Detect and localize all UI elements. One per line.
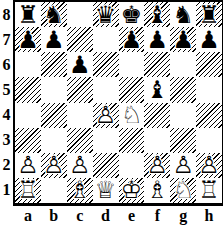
square-b3[interactable] [41, 128, 67, 153]
square-d7[interactable] [93, 27, 119, 52]
black-queen-backing: ♛ [93, 2, 119, 27]
file-label-d: d [93, 206, 119, 226]
square-b5[interactable] [41, 77, 67, 102]
rank-label-1: 1 [0, 178, 13, 203]
white-knight-backing: ♞ [119, 103, 145, 128]
black-queen-icon: ♛ [93, 2, 119, 27]
square-h5[interactable] [196, 77, 222, 102]
file-labels: abcdefgh [15, 206, 222, 226]
white-queen-backing: ♛ [93, 178, 119, 203]
rank-label-3: 3 [0, 128, 13, 153]
white-bishop-backing: ♝ [67, 178, 93, 203]
square-f7[interactable]: ♟♟ [144, 27, 170, 52]
square-a3[interactable] [15, 128, 41, 153]
white-bishop-icon: ♗ [144, 178, 170, 203]
square-h4[interactable] [196, 103, 222, 128]
white-pawn-backing: ♟ [144, 153, 170, 178]
square-c2[interactable]: ♟♙ [67, 153, 93, 178]
square-f4[interactable] [144, 103, 170, 128]
black-pawn-icon: ♟ [196, 27, 222, 52]
rank-label-8: 8 [0, 2, 13, 27]
black-pawn-icon: ♟ [67, 52, 93, 77]
square-a1[interactable]: ♜♖ [15, 178, 41, 203]
rank-label-2: 2 [0, 153, 13, 178]
black-rook-icon: ♜ [15, 2, 41, 27]
square-g4[interactable] [170, 103, 196, 128]
white-bishop-backing: ♝ [144, 178, 170, 203]
square-f6[interactable] [144, 52, 170, 77]
black-pawn-backing: ♟ [67, 52, 93, 77]
file-label-e: e [119, 206, 145, 226]
black-pawn-backing: ♟ [15, 27, 41, 52]
rank-labels: 87654321 [0, 2, 13, 203]
square-g5[interactable] [170, 77, 196, 102]
black-knight-icon: ♞ [170, 2, 196, 27]
black-king-backing: ♚ [119, 2, 145, 27]
white-pawn-icon: ♙ [170, 153, 196, 178]
square-a2[interactable]: ♟♙ [15, 153, 41, 178]
white-pawn-backing: ♟ [196, 153, 222, 178]
white-pawn-icon: ♙ [93, 103, 119, 128]
square-d2[interactable] [93, 153, 119, 178]
square-c8[interactable] [67, 2, 93, 27]
black-pawn-icon: ♟ [144, 27, 170, 52]
square-a5[interactable] [15, 77, 41, 102]
square-d6[interactable] [93, 52, 119, 77]
white-bishop-icon: ♗ [67, 178, 93, 203]
black-knight-backing: ♞ [170, 2, 196, 27]
square-c3[interactable] [67, 128, 93, 153]
white-rook-icon: ♖ [196, 178, 222, 203]
black-pawn-backing: ♟ [170, 27, 196, 52]
square-h8[interactable]: ♜♜ [196, 2, 222, 27]
white-pawn-icon: ♙ [41, 153, 67, 178]
square-f8[interactable]: ♝♝ [144, 2, 170, 27]
file-label-b: b [41, 206, 67, 226]
black-rook-backing: ♜ [15, 2, 41, 27]
black-pawn-backing: ♟ [144, 27, 170, 52]
rank-label-5: 5 [0, 77, 13, 102]
white-pawn-backing: ♟ [15, 153, 41, 178]
square-b7[interactable]: ♟♟ [41, 27, 67, 52]
white-pawn-icon: ♙ [196, 153, 222, 178]
square-g8[interactable]: ♞♞ [170, 2, 196, 27]
square-d4[interactable]: ♟♙ [93, 103, 119, 128]
square-g6[interactable] [170, 52, 196, 77]
white-rook-backing: ♜ [196, 178, 222, 203]
square-g7[interactable]: ♟♟ [170, 27, 196, 52]
white-king-backing: ♚ [119, 178, 145, 203]
square-c7[interactable] [67, 27, 93, 52]
square-a7[interactable]: ♟♟ [15, 27, 41, 52]
black-bishop-backing: ♝ [144, 2, 170, 27]
square-e2[interactable] [119, 153, 145, 178]
black-rook-backing: ♜ [196, 2, 222, 27]
white-rook-icon: ♖ [15, 178, 41, 203]
square-e8[interactable]: ♚♚ [119, 2, 145, 27]
square-f2[interactable]: ♟♙ [144, 153, 170, 178]
white-knight-icon: ♘ [119, 103, 145, 128]
square-b1[interactable] [41, 178, 67, 203]
black-bishop-icon: ♝ [144, 77, 170, 102]
black-pawn-backing: ♟ [119, 27, 145, 52]
white-knight-backing: ♞ [170, 178, 196, 203]
white-knight-icon: ♘ [170, 178, 196, 203]
square-e7[interactable]: ♟♟ [119, 27, 145, 52]
square-d8[interactable]: ♛♛ [93, 2, 119, 27]
square-b2[interactable]: ♟♙ [41, 153, 67, 178]
square-g3[interactable] [170, 128, 196, 153]
square-a8[interactable]: ♜♜ [15, 2, 41, 27]
white-king-icon: ♔ [119, 178, 145, 203]
square-h3[interactable] [196, 128, 222, 153]
rank-label-4: 4 [0, 103, 13, 128]
white-pawn-backing: ♟ [67, 153, 93, 178]
square-e4[interactable]: ♞♘ [119, 103, 145, 128]
black-bishop-icon: ♝ [144, 2, 170, 27]
square-d1[interactable]: ♛♕ [93, 178, 119, 203]
square-e3[interactable] [119, 128, 145, 153]
black-pawn-icon: ♟ [41, 27, 67, 52]
white-pawn-backing: ♟ [41, 153, 67, 178]
black-pawn-icon: ♟ [15, 27, 41, 52]
white-rook-backing: ♜ [15, 178, 41, 203]
square-a6[interactable] [15, 52, 41, 77]
square-g1[interactable]: ♞♘ [170, 178, 196, 203]
file-label-h: h [196, 206, 222, 226]
white-pawn-icon: ♙ [15, 153, 41, 178]
square-h1[interactable]: ♜♖ [196, 178, 222, 203]
square-e1[interactable]: ♚♔ [119, 178, 145, 203]
chess-board: ♜♜♞♞♛♛♚♚♝♝♞♞♜♜♟♟♟♟♟♟♟♟♟♟♟♟♟♟♝♝♟♙♞♘♟♙♟♙♟♙… [13, 0, 223, 206]
square-e5[interactable] [119, 77, 145, 102]
square-b6[interactable] [41, 52, 67, 77]
black-pawn-icon: ♟ [170, 27, 196, 52]
white-pawn-backing: ♟ [170, 153, 196, 178]
file-label-g: g [170, 206, 196, 226]
black-king-icon: ♚ [119, 2, 145, 27]
black-pawn-backing: ♟ [196, 27, 222, 52]
black-knight-icon: ♞ [41, 2, 67, 27]
chess-diagram: 87654321 ♜♜♞♞♛♛♚♚♝♝♞♞♜♜♟♟♟♟♟♟♟♟♟♟♟♟♟♟♝♝♟… [0, 0, 223, 226]
black-knight-backing: ♞ [41, 2, 67, 27]
black-pawn-backing: ♟ [41, 27, 67, 52]
square-h7[interactable]: ♟♟ [196, 27, 222, 52]
square-f3[interactable] [144, 128, 170, 153]
rank-label-6: 6 [0, 52, 13, 77]
square-c6[interactable]: ♟♟ [67, 52, 93, 77]
white-pawn-icon: ♙ [144, 153, 170, 178]
white-pawn-icon: ♙ [67, 153, 93, 178]
square-b8[interactable]: ♞♞ [41, 2, 67, 27]
rank-label-7: 7 [0, 27, 13, 52]
white-pawn-backing: ♟ [93, 103, 119, 128]
square-d3[interactable] [93, 128, 119, 153]
file-label-f: f [144, 206, 170, 226]
black-pawn-icon: ♟ [119, 27, 145, 52]
square-d5[interactable] [93, 77, 119, 102]
file-label-c: c [67, 206, 93, 226]
square-f1[interactable]: ♝♗ [144, 178, 170, 203]
square-a4[interactable] [15, 103, 41, 128]
square-h2[interactable]: ♟♙ [196, 153, 222, 178]
square-f5[interactable]: ♝♝ [144, 77, 170, 102]
white-queen-icon: ♕ [93, 178, 119, 203]
square-c1[interactable]: ♝♗ [67, 178, 93, 203]
file-label-a: a [15, 206, 41, 226]
black-rook-icon: ♜ [196, 2, 222, 27]
square-e6[interactable] [119, 52, 145, 77]
square-h6[interactable] [196, 52, 222, 77]
square-c5[interactable] [67, 77, 93, 102]
square-c4[interactable] [67, 103, 93, 128]
square-b4[interactable] [41, 103, 67, 128]
square-g2[interactable]: ♟♙ [170, 153, 196, 178]
black-bishop-backing: ♝ [144, 77, 170, 102]
